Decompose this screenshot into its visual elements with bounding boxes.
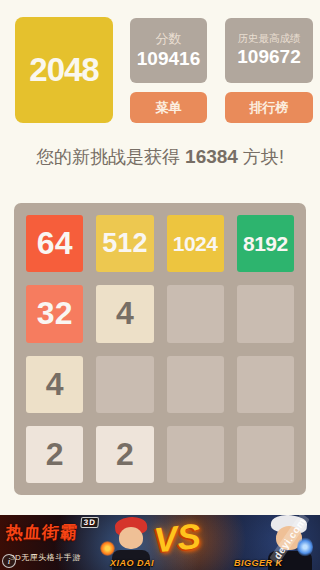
ad-game-title: 热血街霸 xyxy=(5,523,78,542)
score-label: 分数 xyxy=(156,31,182,48)
empty-cell xyxy=(237,426,294,483)
menu-button[interactable]: 菜单 xyxy=(130,92,207,123)
tile-8192: 8192 xyxy=(237,215,294,272)
best-score-box: 历史最高成绩 109672 xyxy=(225,18,313,83)
challenge-target-number: 16384 xyxy=(185,146,238,167)
challenge-suffix: 方块! xyxy=(243,147,284,167)
ad-tagline: 3D无厘头格斗手游 xyxy=(10,552,81,563)
ad-info-icon[interactable]: i xyxy=(2,554,16,568)
game-board[interactable]: 6451210248192324422 xyxy=(14,203,306,495)
empty-cell xyxy=(96,356,153,413)
tile-1024: 1024 xyxy=(167,215,224,272)
tile-64: 64 xyxy=(26,215,83,272)
tile-4: 4 xyxy=(26,356,83,413)
tile-4: 4 xyxy=(96,285,153,342)
ad-game-logo: 热血街霸3D xyxy=(5,521,99,544)
empty-cell xyxy=(237,356,294,413)
tile-512: 512 xyxy=(96,215,153,272)
logo-2048-tile: 2048 xyxy=(15,17,113,123)
leaderboard-button[interactable]: 排行榜 xyxy=(225,92,313,123)
ad-banner[interactable]: 热血街霸3D 3D无厘头格斗手游 VS XIAO DAI BIGGER K de… xyxy=(0,515,320,570)
fighter-left-head xyxy=(119,527,143,549)
ad-3d-badge: 3D xyxy=(80,517,99,528)
challenge-prefix: 您的新挑战是获得 xyxy=(36,147,180,167)
best-score-label: 历史最高成绩 xyxy=(238,32,301,46)
blue-flame-icon xyxy=(297,537,313,557)
empty-cell xyxy=(167,426,224,483)
challenge-message: 您的新挑战是获得16384方块! xyxy=(0,145,320,169)
ad-fighter-left-name: XIAO DAI xyxy=(110,558,154,568)
empty-cell xyxy=(167,356,224,413)
score-value: 109416 xyxy=(137,48,200,71)
best-score-value: 109672 xyxy=(237,46,300,69)
tile-2: 2 xyxy=(26,426,83,483)
empty-cell xyxy=(167,285,224,342)
score-box: 分数 109416 xyxy=(130,18,207,83)
empty-cell xyxy=(237,285,294,342)
flame-fist-icon xyxy=(100,541,115,556)
tile-2: 2 xyxy=(96,426,153,483)
vs-text: VS xyxy=(152,516,203,561)
tile-32: 32 xyxy=(26,285,83,342)
game-screen: 2048 分数 109416 历史最高成绩 109672 菜单 排行榜 您的新挑… xyxy=(0,0,320,570)
